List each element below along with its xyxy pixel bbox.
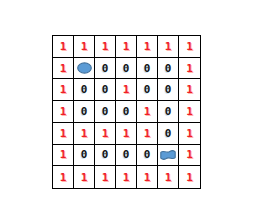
grid-cell-r2-c3[interactable]: 0 bbox=[95, 58, 116, 80]
cell-value: 1 bbox=[186, 172, 193, 183]
grid-cell-r3-c4[interactable]: 1 bbox=[116, 79, 137, 101]
grid-cell-r4-c7[interactable]: 1 bbox=[179, 101, 200, 123]
cell-value: 0 bbox=[81, 106, 88, 117]
cell-value: 1 bbox=[60, 84, 67, 95]
grid-cell-r7-c6[interactable]: 1 bbox=[158, 166, 179, 188]
cell-value: 0 bbox=[144, 63, 151, 74]
grid-cell-r7-c1[interactable]: 1 bbox=[53, 166, 74, 188]
cell-value: 1 bbox=[165, 172, 172, 183]
grid-cell-r6-c6[interactable] bbox=[158, 145, 179, 167]
grid-cell-r2-c6[interactable]: 0 bbox=[158, 58, 179, 80]
grid-cell-r3-c6[interactable]: 0 bbox=[158, 79, 179, 101]
cell-value: 0 bbox=[123, 106, 130, 117]
screenshot-canvas: 1111111100001100100110001011111101100001… bbox=[0, 0, 275, 218]
grid-cell-r4-c2[interactable]: 0 bbox=[74, 101, 95, 123]
grid-cell-r2-c2[interactable] bbox=[74, 58, 95, 80]
cell-value: 0 bbox=[81, 149, 88, 160]
grid-cell-r1-c7[interactable]: 1 bbox=[179, 36, 200, 58]
grid-cell-r4-c5[interactable]: 1 bbox=[137, 101, 158, 123]
grid-cell-r7-c7[interactable]: 1 bbox=[179, 166, 200, 188]
grid-cell-r4-c4[interactable]: 0 bbox=[116, 101, 137, 123]
cell-value: 1 bbox=[81, 172, 88, 183]
grid-cell-r7-c2[interactable]: 1 bbox=[74, 166, 95, 188]
grid-cell-r2-c1[interactable]: 1 bbox=[53, 58, 74, 80]
cell-value: 0 bbox=[165, 84, 172, 95]
cell-value: 0 bbox=[123, 149, 130, 160]
grid-cell-r2-c7[interactable]: 1 bbox=[179, 58, 200, 80]
grid-cell-r5-c1[interactable]: 1 bbox=[53, 123, 74, 145]
grid-cell-r5-c4[interactable]: 1 bbox=[116, 123, 137, 145]
cell-value: 1 bbox=[102, 41, 109, 52]
flag-icon bbox=[159, 148, 177, 162]
grid-cell-r3-c1[interactable]: 1 bbox=[53, 79, 74, 101]
cell-value: 0 bbox=[81, 84, 88, 95]
cell-value: 0 bbox=[102, 63, 109, 74]
cell-value: 1 bbox=[186, 106, 193, 117]
grid-cell-r5-c7[interactable]: 1 bbox=[179, 123, 200, 145]
cell-value: 0 bbox=[165, 128, 172, 139]
cell-value: 0 bbox=[144, 84, 151, 95]
grid-cell-r5-c6[interactable]: 0 bbox=[158, 123, 179, 145]
grid-cell-r7-c5[interactable]: 1 bbox=[137, 166, 158, 188]
grid-cell-r1-c2[interactable]: 1 bbox=[74, 36, 95, 58]
grid-cell-r6-c3[interactable]: 0 bbox=[95, 145, 116, 167]
cell-value: 1 bbox=[60, 172, 67, 183]
grid-cell-r2-c5[interactable]: 0 bbox=[137, 58, 158, 80]
cell-value: 1 bbox=[144, 106, 151, 117]
cell-value: 1 bbox=[60, 149, 67, 160]
grid-cell-r1-c5[interactable]: 1 bbox=[137, 36, 158, 58]
cell-value: 1 bbox=[102, 128, 109, 139]
cell-value: 1 bbox=[81, 128, 88, 139]
cell-value: 1 bbox=[81, 41, 88, 52]
grid-cell-r1-c6[interactable]: 1 bbox=[158, 36, 179, 58]
cell-value: 1 bbox=[60, 63, 67, 74]
grid-cell-r6-c5[interactable]: 0 bbox=[137, 145, 158, 167]
grid-cell-r4-c3[interactable]: 0 bbox=[95, 101, 116, 123]
cell-value: 1 bbox=[165, 41, 172, 52]
cell-value: 1 bbox=[102, 172, 109, 183]
cell-value: 1 bbox=[123, 172, 130, 183]
cell-value: 0 bbox=[102, 84, 109, 95]
cell-value: 0 bbox=[102, 149, 109, 160]
grid-cell-r3-c2[interactable]: 0 bbox=[74, 79, 95, 101]
cell-value: 1 bbox=[186, 84, 193, 95]
cell-value: 1 bbox=[144, 172, 151, 183]
grid-cell-r4-c6[interactable]: 0 bbox=[158, 101, 179, 123]
grid-cell-r6-c2[interactable]: 0 bbox=[74, 145, 95, 167]
cell-value: 1 bbox=[186, 63, 193, 74]
grid-cell-r5-c2[interactable]: 1 bbox=[74, 123, 95, 145]
grid-cell-r3-c7[interactable]: 1 bbox=[179, 79, 200, 101]
grid-cell-r5-c5[interactable]: 1 bbox=[137, 123, 158, 145]
cell-value: 1 bbox=[123, 128, 130, 139]
cell-value: 0 bbox=[123, 63, 130, 74]
cell-value: 1 bbox=[60, 106, 67, 117]
grid-cell-r5-c3[interactable]: 1 bbox=[95, 123, 116, 145]
grid-cell-r1-c3[interactable]: 1 bbox=[95, 36, 116, 58]
grid-cell-r3-c3[interactable]: 0 bbox=[95, 79, 116, 101]
cell-value: 1 bbox=[186, 41, 193, 52]
grid-cell-r6-c1[interactable]: 1 bbox=[53, 145, 74, 167]
cell-value: 1 bbox=[144, 41, 151, 52]
grid-cell-r4-c1[interactable]: 1 bbox=[53, 101, 74, 123]
grid-cell-r1-c4[interactable]: 1 bbox=[116, 36, 137, 58]
cell-value: 0 bbox=[144, 149, 151, 160]
cell-value: 0 bbox=[165, 106, 172, 117]
grid-cell-r1-c1[interactable]: 1 bbox=[53, 36, 74, 58]
grid-cell-r2-c4[interactable]: 0 bbox=[116, 58, 137, 80]
cell-value: 1 bbox=[123, 41, 130, 52]
cell-value: 1 bbox=[60, 41, 67, 52]
puzzle-board: 1111111100001100100110001011111101100001… bbox=[52, 35, 201, 189]
circle-icon bbox=[76, 61, 93, 75]
grid-cell-r6-c7[interactable]: 1 bbox=[179, 145, 200, 167]
grid-cell-r6-c4[interactable]: 0 bbox=[116, 145, 137, 167]
cell-value: 0 bbox=[165, 63, 172, 74]
grid-cell-r7-c3[interactable]: 1 bbox=[95, 166, 116, 188]
cell-value: 1 bbox=[123, 84, 130, 95]
cell-value: 1 bbox=[144, 128, 151, 139]
cell-value: 1 bbox=[60, 128, 67, 139]
grid-cell-r7-c4[interactable]: 1 bbox=[116, 166, 137, 188]
cell-value: 1 bbox=[186, 128, 193, 139]
grid-cell-r3-c5[interactable]: 0 bbox=[137, 79, 158, 101]
cell-value: 0 bbox=[102, 106, 109, 117]
cell-value: 1 bbox=[186, 149, 193, 160]
